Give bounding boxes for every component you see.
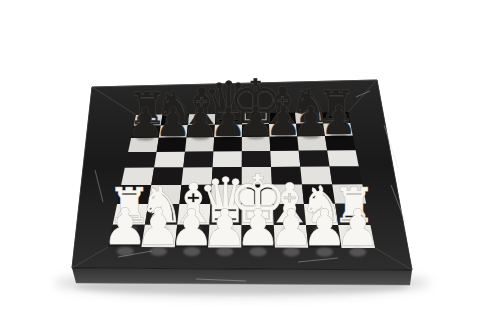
square-g5 xyxy=(299,151,330,167)
square-h5 xyxy=(327,150,359,166)
marble-chess-set-photo: ♜♞♝♛♚♝♞♜♟♟♟♟♟♟♟♟♜♞♝♛♚♝♞♜♟♟♟♟♟♟♟♟ xyxy=(0,0,500,333)
board-side-face xyxy=(72,268,412,285)
piece-black-pawn-h7: ♟ xyxy=(321,97,357,143)
square-b5 xyxy=(154,152,185,168)
square-a5 xyxy=(125,152,157,168)
chess-board-svg: ♜♞♝♛♚♝♞♜♟♟♟♟♟♟♟♟♜♞♝♛♚♝♞♜♟♟♟♟♟♟♟♟ xyxy=(0,0,500,333)
piece-white-pawn-h1: ♟ xyxy=(335,199,380,257)
